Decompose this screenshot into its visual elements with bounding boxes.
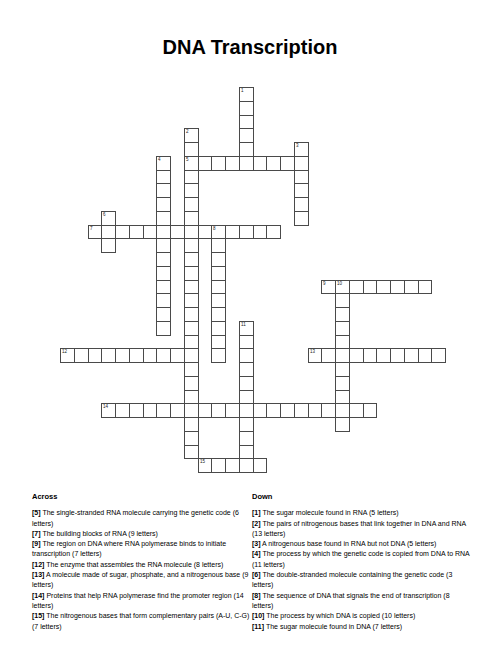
grid-cell[interactable]	[211, 458, 226, 473]
grid-cell[interactable]	[156, 280, 171, 294]
grid-cell[interactable]	[184, 321, 199, 336]
down-clue-6: [6] The double-stranded molecule contain…	[252, 570, 470, 591]
grid-cell[interactable]	[156, 197, 171, 212]
down-clue-3: [3] A nitrogenous base found in RNA but …	[252, 539, 470, 549]
grid-cell[interactable]	[335, 376, 350, 391]
grid-cell[interactable]	[184, 376, 199, 391]
grid-cell[interactable]	[184, 445, 199, 459]
grid-cell[interactable]: 13	[308, 348, 322, 363]
grid-cell[interactable]	[129, 225, 144, 239]
grid-cell[interactable]	[156, 307, 171, 322]
grid-cell[interactable]	[211, 348, 226, 363]
grid-cell[interactable]	[170, 403, 185, 418]
grid-cell[interactable]	[404, 280, 419, 294]
grid-cell[interactable]	[211, 252, 226, 267]
grid-cell[interactable]	[239, 403, 254, 418]
grid-cell[interactable]	[115, 348, 130, 363]
grid-cell[interactable]	[404, 348, 419, 363]
cell-number: 9	[323, 281, 326, 286]
grid-cell[interactable]	[156, 170, 171, 184]
grid-cell[interactable]	[184, 211, 199, 226]
grid-cell[interactable]	[294, 211, 309, 226]
grid-cell[interactable]	[156, 403, 171, 418]
cell-number: 15	[200, 459, 205, 464]
down-header: Down	[252, 492, 470, 502]
across-clue-number: [14]	[32, 592, 44, 599]
grid-cell[interactable]	[253, 458, 267, 473]
grid-cell[interactable]	[156, 266, 171, 281]
down-clue-number: [1]	[252, 509, 261, 516]
grid-cell[interactable]	[184, 170, 199, 184]
grid-cell[interactable]	[321, 348, 336, 363]
grid-cell[interactable]	[239, 225, 254, 239]
grid-cell[interactable]	[349, 403, 364, 418]
down-clue-4: [4] The process by which the genetic cod…	[252, 549, 470, 570]
grid-cell[interactable]	[363, 403, 377, 418]
page-title: DNA Transcription	[0, 36, 500, 59]
grid-cell[interactable]	[239, 115, 254, 129]
grid-cell[interactable]	[349, 348, 364, 363]
grid-cell[interactable]	[198, 403, 212, 418]
across-clue-13: [13] A molecule made of sugar, phosphate…	[32, 570, 250, 591]
cell-number: 10	[337, 281, 342, 286]
grid-cell[interactable]	[239, 376, 254, 391]
grid-cell[interactable]	[101, 225, 116, 239]
grid-cell[interactable]	[239, 156, 254, 171]
grid-cell[interactable]	[335, 335, 350, 349]
grid-cell[interactable]	[239, 348, 254, 363]
grid-cell[interactable]	[225, 458, 240, 473]
grid-cell[interactable]	[266, 403, 281, 418]
grid-cell[interactable]	[184, 266, 199, 281]
grid-cell[interactable]	[184, 197, 199, 212]
grid-cell[interactable]	[294, 183, 309, 198]
grid-cell[interactable]	[211, 335, 226, 349]
down-clue-11: [11] The sugar molecule found in DNA (7 …	[252, 622, 470, 632]
grid-cell[interactable]	[88, 348, 102, 363]
grid-cell[interactable]	[211, 403, 226, 418]
grid-cell[interactable]	[335, 417, 350, 432]
grid-cell[interactable]	[294, 197, 309, 212]
cell-number: 5	[186, 157, 189, 162]
grid-cell[interactable]	[294, 403, 309, 418]
grid-cell[interactable]	[184, 307, 199, 322]
across-clue-5: [5] The single-stranded RNA molecule car…	[32, 508, 250, 529]
grid-cell[interactable]	[335, 362, 350, 377]
grid-cell[interactable]: 1	[239, 87, 254, 102]
across-clue-7: [7] The building blocks of RNA (9 letter…	[32, 529, 250, 539]
grid-cell[interactable]	[280, 156, 295, 171]
across-clue-number: [13]	[32, 571, 44, 578]
down-clue-10: [10] The process by which DNA is copied …	[252, 611, 470, 621]
cell-number: 11	[241, 322, 246, 327]
across-clue-15: [15] The nitrogenous bases that form com…	[32, 611, 250, 632]
grid-cell[interactable]	[198, 156, 212, 171]
grid-cell[interactable]	[184, 252, 199, 267]
grid-cell[interactable]	[170, 348, 185, 363]
grid-cell[interactable]	[376, 348, 391, 363]
grid-cell[interactable]	[156, 321, 171, 336]
grid-cell[interactable]: 2	[184, 128, 199, 143]
down-clue-number: [3]	[252, 540, 261, 547]
grid-cell[interactable]	[239, 335, 254, 349]
down-clue-number: [2]	[252, 520, 261, 527]
grid-cell[interactable]	[170, 225, 185, 239]
across-clue-14: [14] Proteins that help RNA polymerase f…	[32, 591, 250, 612]
grid-cell[interactable]	[184, 293, 199, 308]
grid-cell[interactable]: 9	[321, 280, 336, 294]
grid-cell[interactable]	[280, 403, 295, 418]
grid-cell[interactable]	[335, 321, 350, 336]
grid-cell[interactable]	[211, 238, 226, 253]
down-clues: Down [1] The sugar molecule found in RNA…	[252, 492, 470, 632]
cell-number: 3	[296, 143, 299, 148]
grid-cell[interactable]: 5	[184, 156, 199, 171]
grid-cell[interactable]	[184, 238, 199, 253]
grid-cell[interactable]	[253, 403, 267, 418]
grid-cell[interactable]	[129, 403, 144, 418]
grid-cell[interactable]	[184, 335, 199, 349]
grid-cell[interactable]	[184, 280, 199, 294]
cell-number: 8	[213, 226, 216, 231]
grid-cell[interactable]	[253, 225, 267, 239]
grid-cell[interactable]	[225, 156, 240, 171]
grid-cell[interactable]	[239, 417, 254, 432]
down-clue-number: [10]	[252, 612, 264, 619]
grid-cell[interactable]	[418, 348, 432, 363]
grid-cell[interactable]	[239, 390, 254, 404]
grid-cell[interactable]	[184, 431, 199, 446]
grid-cell[interactable]	[115, 225, 130, 239]
down-clue-list: [1] The sugar molecule found in RNA (5 l…	[252, 508, 470, 632]
grid-cell[interactable]	[156, 225, 171, 239]
grid-cell[interactable]: 4	[156, 156, 171, 171]
grid-cell[interactable]	[294, 170, 309, 184]
grid-cell[interactable]	[101, 348, 116, 363]
grid-cell[interactable]	[198, 225, 212, 239]
cell-number: 12	[62, 349, 67, 354]
crossword-grid: 123456789101112131415	[60, 87, 447, 474]
cell-number: 13	[310, 349, 315, 354]
down-clue-number: [4]	[252, 550, 261, 557]
cell-number: 1	[241, 88, 244, 93]
grid-cell[interactable]	[266, 156, 281, 171]
grid-cell[interactable]	[376, 280, 391, 294]
grid-cell[interactable]: 10	[335, 280, 350, 294]
grid-cell[interactable]	[184, 362, 199, 377]
cell-number: 14	[103, 404, 108, 409]
grid-cell[interactable]	[129, 348, 144, 363]
grid-cell[interactable]	[239, 445, 254, 459]
grid-cell[interactable]	[101, 238, 116, 253]
grid-cell[interactable]	[211, 293, 226, 308]
grid-cell[interactable]	[239, 458, 254, 473]
grid-cell[interactable]	[349, 280, 364, 294]
cell-number: 2	[186, 129, 189, 134]
grid-cell[interactable]: 7	[88, 225, 102, 239]
grid-cell[interactable]	[156, 238, 171, 253]
across-header: Across	[32, 492, 250, 502]
down-clue-2: [2] The pairs of nitrogenous bases that …	[252, 519, 470, 540]
grid-cell[interactable]	[335, 293, 350, 308]
grid-cell[interactable]	[143, 403, 157, 418]
grid-cell[interactable]	[184, 225, 199, 239]
grid-cell[interactable]	[390, 280, 405, 294]
grid-cell[interactable]	[184, 142, 199, 157]
grid-cell[interactable]: 14	[101, 403, 116, 418]
grid-cell[interactable]	[225, 403, 240, 418]
grid-cell[interactable]	[156, 293, 171, 308]
grid-cell[interactable]	[211, 156, 226, 171]
down-clue-number: [8]	[252, 592, 261, 599]
grid-cell[interactable]	[211, 280, 226, 294]
down-clue-8: [8] The sequence of DNA that signals the…	[252, 591, 470, 612]
across-clue-number: [9]	[32, 540, 41, 547]
grid-cell[interactable]	[335, 348, 350, 363]
grid-cell[interactable]	[253, 156, 267, 171]
grid-cell[interactable]: 8	[211, 225, 226, 239]
grid-cell[interactable]: 3	[294, 142, 309, 157]
grid-cell[interactable]	[239, 431, 254, 446]
across-clue-12: [12] The enzyme that assembles the RNA m…	[32, 560, 250, 570]
grid-cell[interactable]	[335, 307, 350, 322]
grid-cell[interactable]	[308, 403, 322, 418]
grid-cell[interactable]	[211, 321, 226, 336]
grid-cell[interactable]	[335, 403, 350, 418]
grid-cell[interactable]	[143, 348, 157, 363]
grid-cell[interactable]: 6	[101, 211, 116, 226]
grid-cell[interactable]	[184, 417, 199, 432]
grid-cell[interactable]: 11	[239, 321, 254, 336]
grid-cell[interactable]	[143, 225, 157, 239]
across-clue-number: [15]	[32, 612, 44, 619]
grid-cell[interactable]	[184, 390, 199, 404]
down-clue-number: [11]	[252, 623, 264, 630]
grid-cell[interactable]	[225, 225, 240, 239]
cell-number: 7	[90, 226, 93, 231]
grid-cell[interactable]	[418, 280, 432, 294]
grid-cell[interactable]	[156, 183, 171, 198]
grid-cell[interactable]	[239, 142, 254, 157]
grid-cell[interactable]	[156, 348, 171, 363]
grid-cell[interactable]	[184, 403, 199, 418]
grid-cell[interactable]: 12	[60, 348, 75, 363]
across-clue-number: [5]	[32, 509, 41, 516]
grid-cell[interactable]	[74, 348, 89, 363]
across-clue-9: [9] The region on DNA where RNA polymera…	[32, 539, 250, 560]
grid-cell[interactable]	[211, 266, 226, 281]
grid-cell[interactable]	[184, 183, 199, 198]
across-clues: Across [5] The single-stranded RNA molec…	[32, 492, 250, 632]
grid-cell[interactable]	[239, 128, 254, 143]
grid-cell[interactable]	[184, 348, 199, 363]
grid-cell[interactable]	[266, 225, 281, 239]
grid-cell[interactable]	[156, 211, 171, 226]
grid-cell[interactable]	[115, 403, 130, 418]
grid-cell[interactable]	[335, 390, 350, 404]
grid-cell[interactable]	[294, 156, 309, 171]
page: DNA Transcription 123456789101112131415 …	[0, 0, 500, 647]
across-clue-list: [5] The single-stranded RNA molecule car…	[32, 508, 250, 632]
grid-cell[interactable]	[390, 348, 405, 363]
grid-cell[interactable]	[431, 348, 446, 363]
grid-cell[interactable]	[363, 280, 377, 294]
down-clue-number: [6]	[252, 571, 261, 578]
grid-cell[interactable]	[156, 252, 171, 267]
cell-number: 6	[103, 212, 106, 217]
grid-cell[interactable]	[211, 307, 226, 322]
grid-cell[interactable]	[239, 362, 254, 377]
grid-cell[interactable]	[363, 348, 377, 363]
grid-cell[interactable]	[239, 101, 254, 116]
across-clue-number: [7]	[32, 530, 41, 537]
down-clue-1: [1] The sugar molecule found in RNA (5 l…	[252, 508, 470, 518]
cell-number: 4	[158, 157, 161, 162]
grid-cell[interactable]	[321, 403, 336, 418]
across-clue-number: [12]	[32, 561, 44, 568]
grid-cell[interactable]: 15	[198, 458, 212, 473]
